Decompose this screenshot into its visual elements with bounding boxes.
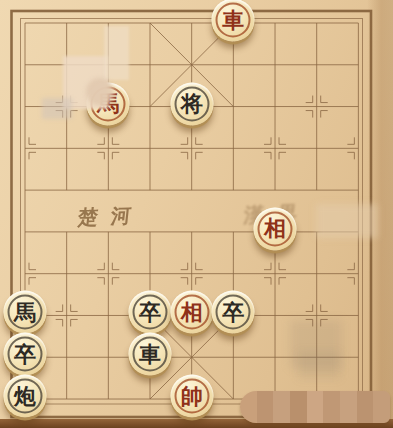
board-right-edge-shade [367,0,393,428]
mosaic-censor-block [240,391,390,423]
piece-black-cannon[interactable]: 炮 [4,375,47,418]
piece-glyph: 将 [170,82,213,125]
river-label-chu-he: 楚河 [76,202,145,231]
piece-red-horse[interactable]: 馬 [87,82,130,125]
piece-glyph: 車 [129,333,172,376]
piece-glyph: 卒 [129,291,172,334]
mosaic-cell [273,391,290,423]
piece-glyph: 相 [170,291,213,334]
piece-glyph: 馬 [4,291,47,334]
piece-red-general[interactable]: 帥 [170,375,213,418]
piece-glyph: 相 [254,207,297,250]
piece-black-chariot[interactable]: 車 [129,333,172,376]
mosaic-cell [257,391,274,423]
mosaic-cell [357,391,374,423]
mosaic-cell [323,391,340,423]
piece-glyph: 帥 [170,375,213,418]
piece-black-soldier-1[interactable]: 卒 [129,291,172,334]
piece-glyph: 馬 [87,82,130,125]
mosaic-cell [307,391,324,423]
mosaic-cell [340,391,357,423]
xiangqi-board-screenshot: 楚河 漢界 車馬将相馬卒相卒卒車炮帥 [0,0,393,428]
piece-red-elephant-1[interactable]: 相 [254,207,297,250]
piece-black-soldier-3[interactable]: 卒 [4,333,47,376]
piece-black-horse[interactable]: 馬 [4,291,47,334]
mosaic-cell [373,391,390,423]
piece-red-elephant-2[interactable]: 相 [170,291,213,334]
mosaic-cell [290,391,307,423]
board-grid[interactable] [0,0,393,428]
piece-glyph: 卒 [212,291,255,334]
piece-glyph: 車 [212,0,255,42]
piece-red-chariot[interactable]: 車 [212,0,255,42]
piece-black-general[interactable]: 将 [170,82,213,125]
piece-glyph: 卒 [4,333,47,376]
piece-glyph: 炮 [4,375,47,418]
piece-black-soldier-2[interactable]: 卒 [212,291,255,334]
